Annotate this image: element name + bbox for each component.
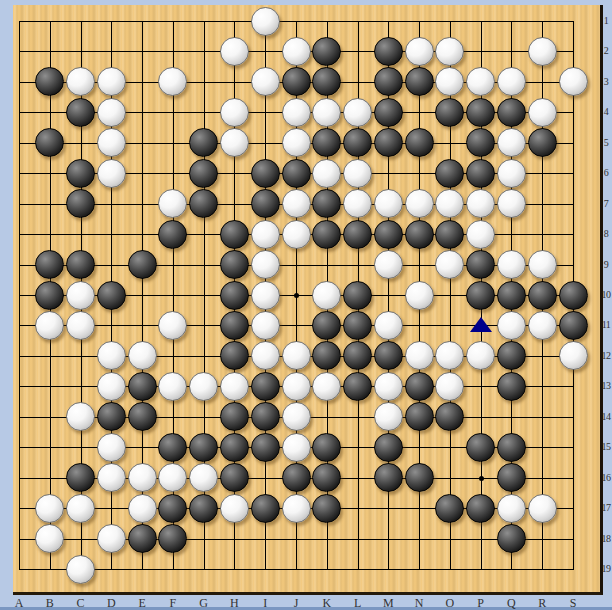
- stone-white-R2: [528, 37, 557, 66]
- stone-white-C19: [66, 555, 95, 584]
- stone-black-R10: [528, 281, 557, 310]
- stone-black-K8: [312, 220, 341, 249]
- stone-black-P10: [466, 281, 495, 310]
- stone-white-I9: [251, 250, 280, 279]
- stone-black-O4: [435, 98, 464, 127]
- row-label-4: 4: [600, 106, 612, 117]
- stone-black-N14: [405, 402, 434, 431]
- frame-top: [0, 0, 612, 5]
- stone-white-L4: [343, 98, 372, 127]
- stone-white-M13: [374, 372, 403, 401]
- stone-black-I17: [251, 494, 280, 523]
- stone-black-H10: [220, 281, 249, 310]
- stone-white-L7: [343, 189, 372, 218]
- stone-white-O13: [435, 372, 464, 401]
- stone-black-I6: [251, 159, 280, 188]
- row-label-13: 13: [600, 380, 612, 391]
- stone-white-D15: [97, 433, 126, 462]
- row-label-1: 1: [600, 15, 612, 26]
- stone-white-D3: [97, 67, 126, 96]
- col-label-B: B: [40, 596, 60, 610]
- stone-white-B17: [35, 494, 64, 523]
- col-label-E: E: [132, 596, 152, 610]
- stone-white-J15: [282, 433, 311, 462]
- stone-black-P9: [466, 250, 495, 279]
- col-label-I: I: [255, 596, 275, 610]
- star-point: [479, 476, 484, 481]
- stone-white-M9: [374, 250, 403, 279]
- col-label-C: C: [71, 596, 91, 610]
- stone-black-E14: [128, 402, 157, 431]
- stone-black-D10: [97, 281, 126, 310]
- stone-white-R17: [528, 494, 557, 523]
- stone-white-H5: [220, 128, 249, 157]
- row-label-5: 5: [600, 137, 612, 148]
- row-label-14: 14: [600, 411, 612, 422]
- stone-white-Q9: [497, 250, 526, 279]
- row-label-8: 8: [600, 228, 612, 239]
- col-label-H: H: [224, 596, 244, 610]
- stone-black-Q10: [497, 281, 526, 310]
- stone-black-E13: [128, 372, 157, 401]
- stone-white-J14: [282, 402, 311, 431]
- stone-black-N5: [405, 128, 434, 157]
- stone-white-H4: [220, 98, 249, 127]
- stone-white-D6: [97, 159, 126, 188]
- stone-white-D12: [97, 341, 126, 370]
- stone-white-J7: [282, 189, 311, 218]
- stone-white-H2: [220, 37, 249, 66]
- stone-white-I1: [251, 7, 280, 36]
- col-label-J: J: [286, 596, 306, 610]
- stone-black-H9: [220, 250, 249, 279]
- stone-white-D5: [97, 128, 126, 157]
- stone-white-Q7: [497, 189, 526, 218]
- stone-black-F15: [158, 433, 187, 462]
- stone-white-N7: [405, 189, 434, 218]
- stone-black-M15: [374, 433, 403, 462]
- stone-black-H14: [220, 402, 249, 431]
- stone-white-K10: [312, 281, 341, 310]
- col-label-M: M: [378, 596, 398, 610]
- row-label-12: 12: [600, 350, 612, 361]
- stone-white-N2: [405, 37, 434, 66]
- stone-white-H13: [220, 372, 249, 401]
- stone-black-C4: [66, 98, 95, 127]
- triangle-marker: [470, 317, 492, 332]
- stone-black-G17: [189, 494, 218, 523]
- stone-black-Q15: [497, 433, 526, 462]
- stone-black-P15: [466, 433, 495, 462]
- frame-left: [0, 0, 13, 610]
- stone-black-P17: [466, 494, 495, 523]
- stone-black-J16: [282, 463, 311, 492]
- stone-black-S11: [559, 311, 588, 340]
- grid-line-h: [19, 569, 574, 570]
- stone-white-C11: [66, 311, 95, 340]
- col-label-S: S: [563, 596, 583, 610]
- stone-white-H17: [220, 494, 249, 523]
- stone-black-H15: [220, 433, 249, 462]
- stone-black-Q4: [497, 98, 526, 127]
- stone-black-R5: [528, 128, 557, 157]
- stone-black-K2: [312, 37, 341, 66]
- stone-black-C16: [66, 463, 95, 492]
- stone-white-D4: [97, 98, 126, 127]
- stone-white-R9: [528, 250, 557, 279]
- stone-white-R4: [528, 98, 557, 127]
- stone-black-C9: [66, 250, 95, 279]
- stone-black-I7: [251, 189, 280, 218]
- stone-black-L10: [343, 281, 372, 310]
- stone-white-G13: [189, 372, 218, 401]
- row-label-17: 17: [600, 502, 612, 513]
- stone-black-D14: [97, 402, 126, 431]
- stone-white-F13: [158, 372, 187, 401]
- stone-black-P4: [466, 98, 495, 127]
- stone-black-M4: [374, 98, 403, 127]
- stone-white-Q5: [497, 128, 526, 157]
- stone-white-I8: [251, 220, 280, 249]
- stone-black-N3: [405, 67, 434, 96]
- stone-black-G6: [189, 159, 218, 188]
- col-label-O: O: [440, 596, 460, 610]
- stone-black-M2: [374, 37, 403, 66]
- stone-black-H8: [220, 220, 249, 249]
- col-label-F: F: [163, 596, 183, 610]
- stone-black-M5: [374, 128, 403, 157]
- row-label-9: 9: [600, 259, 612, 270]
- stone-white-I3: [251, 67, 280, 96]
- stone-black-I14: [251, 402, 280, 431]
- stone-white-Q11: [497, 311, 526, 340]
- stone-black-O8: [435, 220, 464, 249]
- stone-white-B11: [35, 311, 64, 340]
- stone-white-J4: [282, 98, 311, 127]
- stone-black-N16: [405, 463, 434, 492]
- stone-white-K13: [312, 372, 341, 401]
- stone-white-E16: [128, 463, 157, 492]
- stone-black-C6: [66, 159, 95, 188]
- col-label-D: D: [101, 596, 121, 610]
- stone-white-I11: [251, 311, 280, 340]
- stone-black-B10: [35, 281, 64, 310]
- row-label-15: 15: [600, 441, 612, 452]
- stone-black-L11: [343, 311, 372, 340]
- col-label-K: K: [317, 596, 337, 610]
- stone-black-H11: [220, 311, 249, 340]
- frame-right-coordinate-strip: [604, 0, 612, 610]
- stone-black-M8: [374, 220, 403, 249]
- stone-white-N10: [405, 281, 434, 310]
- stone-black-J3: [282, 67, 311, 96]
- stone-black-Q16: [497, 463, 526, 492]
- stone-white-C10: [66, 281, 95, 310]
- stone-white-J2: [282, 37, 311, 66]
- stone-black-N8: [405, 220, 434, 249]
- stone-white-J13: [282, 372, 311, 401]
- stone-white-D13: [97, 372, 126, 401]
- stone-white-N12: [405, 341, 434, 370]
- stone-black-L8: [343, 220, 372, 249]
- stone-white-J17: [282, 494, 311, 523]
- stone-black-M3: [374, 67, 403, 96]
- stone-white-R11: [528, 311, 557, 340]
- star-point: [294, 293, 299, 298]
- row-label-11: 11: [600, 319, 612, 330]
- row-label-19: 19: [600, 563, 612, 574]
- stone-white-D18: [97, 524, 126, 553]
- col-label-G: G: [194, 596, 214, 610]
- stone-black-E9: [128, 250, 157, 279]
- stone-black-F8: [158, 220, 187, 249]
- stone-black-I13: [251, 372, 280, 401]
- col-label-R: R: [532, 596, 552, 610]
- stone-white-P8: [466, 220, 495, 249]
- stone-white-C17: [66, 494, 95, 523]
- stone-white-E17: [128, 494, 157, 523]
- stone-white-M14: [374, 402, 403, 431]
- stone-black-L13: [343, 372, 372, 401]
- stone-black-K17: [312, 494, 341, 523]
- stone-black-C7: [66, 189, 95, 218]
- stone-black-J6: [282, 159, 311, 188]
- stone-black-E18: [128, 524, 157, 553]
- col-label-A: A: [9, 596, 29, 610]
- stone-white-J8: [282, 220, 311, 249]
- stone-white-K6: [312, 159, 341, 188]
- stone-black-S10: [559, 281, 588, 310]
- stone-black-N13: [405, 372, 434, 401]
- stone-white-Q17: [497, 494, 526, 523]
- stone-white-I10: [251, 281, 280, 310]
- stone-black-F17: [158, 494, 187, 523]
- stone-white-M11: [374, 311, 403, 340]
- stone-black-H16: [220, 463, 249, 492]
- stone-black-G15: [189, 433, 218, 462]
- row-label-3: 3: [600, 76, 612, 87]
- row-label-18: 18: [600, 533, 612, 544]
- stone-black-K15: [312, 433, 341, 462]
- stone-white-S3: [559, 67, 588, 96]
- col-label-L: L: [348, 596, 368, 610]
- stone-white-I12: [251, 341, 280, 370]
- row-label-10: 10: [600, 289, 612, 300]
- stone-white-K4: [312, 98, 341, 127]
- stone-black-Q18: [497, 524, 526, 553]
- stone-black-K11: [312, 311, 341, 340]
- stone-black-M16: [374, 463, 403, 492]
- go-board-window: ABCDEFGHIJKLMNOPQRS123456789101112131415…: [0, 0, 612, 610]
- row-label-16: 16: [600, 472, 612, 483]
- stone-black-M12: [374, 341, 403, 370]
- col-label-P: P: [471, 596, 491, 610]
- stone-black-I15: [251, 433, 280, 462]
- stone-white-M7: [374, 189, 403, 218]
- row-label-6: 6: [600, 167, 612, 178]
- stone-white-L6: [343, 159, 372, 188]
- stone-white-J5: [282, 128, 311, 157]
- stone-white-E12: [128, 341, 157, 370]
- row-label-2: 2: [600, 45, 612, 56]
- stone-black-O17: [435, 494, 464, 523]
- stone-white-D16: [97, 463, 126, 492]
- col-label-Q: Q: [501, 596, 521, 610]
- stone-black-P6: [466, 159, 495, 188]
- stone-black-Q13: [497, 372, 526, 401]
- stone-white-Q6: [497, 159, 526, 188]
- stone-white-S12: [559, 341, 588, 370]
- stone-black-O6: [435, 159, 464, 188]
- stone-white-J12: [282, 341, 311, 370]
- col-label-N: N: [409, 596, 429, 610]
- row-label-7: 7: [600, 198, 612, 209]
